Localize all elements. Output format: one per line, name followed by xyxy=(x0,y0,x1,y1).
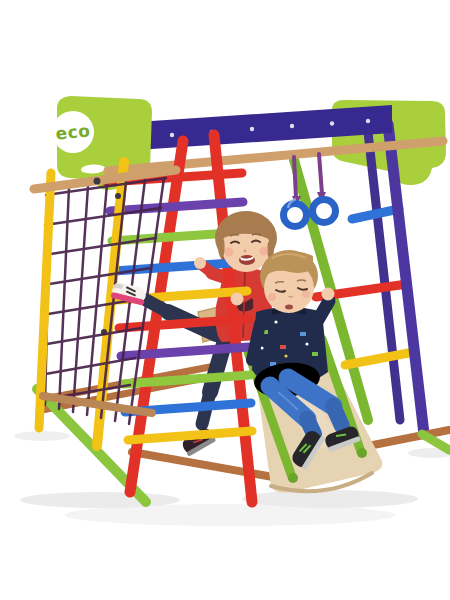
boy-hand xyxy=(322,288,335,301)
product-photo: eco xyxy=(0,0,450,600)
ladder-rung xyxy=(352,209,399,219)
girl-hand xyxy=(194,257,206,269)
girl-hand xyxy=(231,293,244,306)
net-frame-rail-outer xyxy=(39,173,51,428)
girl-shin xyxy=(146,300,170,313)
ladder-rung xyxy=(345,352,414,365)
play-structure-illustration: eco xyxy=(0,0,450,600)
ring-strap xyxy=(294,157,296,198)
ladder-rung xyxy=(128,431,252,440)
ring-strap xyxy=(319,154,322,194)
eco-logo-text: eco xyxy=(55,120,92,144)
gym-ring xyxy=(313,200,336,223)
boy-arm xyxy=(252,324,260,360)
boy-arm xyxy=(318,301,329,320)
boy-mouth xyxy=(285,305,293,310)
boy-jean-cuff xyxy=(333,406,342,426)
